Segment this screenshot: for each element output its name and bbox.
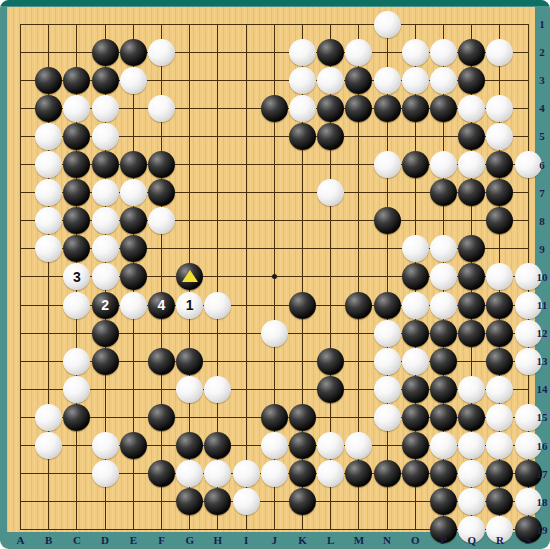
stone-white[interactable] [317,460,344,487]
stone-white[interactable] [35,404,62,431]
stone-black[interactable] [402,404,429,431]
stone-black[interactable] [35,95,62,122]
stone-black[interactable] [92,348,119,375]
stone-black[interactable] [486,460,513,487]
stone-black[interactable] [430,404,457,431]
stone-black[interactable] [148,348,175,375]
row-label: 19 [537,524,548,536]
stone-black[interactable] [486,348,513,375]
stone-black[interactable] [317,39,344,66]
stone-white[interactable] [402,292,429,319]
stone-black[interactable] [430,320,457,347]
stone-white[interactable] [486,432,513,459]
stone-black[interactable] [176,348,203,375]
stone-black[interactable] [374,460,401,487]
stone-black[interactable]: 4 [148,292,175,319]
stone-white[interactable] [35,179,62,206]
stone-black[interactable]: 2 [92,292,119,319]
stone-black[interactable] [148,151,175,178]
row-label: 17 [537,468,548,480]
frame-top-band [0,0,550,6]
stone-black[interactable] [176,488,203,515]
stone-white[interactable] [261,460,288,487]
stone-black[interactable] [430,179,457,206]
stone-white[interactable] [345,432,372,459]
row-label: 8 [539,215,545,227]
stone-white[interactable] [120,67,147,94]
col-label: I [244,534,248,546]
stone-white[interactable] [92,95,119,122]
stone-black[interactable] [63,404,90,431]
stone-white[interactable] [148,207,175,234]
stone-black[interactable] [458,39,485,66]
stone-black[interactable] [458,67,485,94]
col-label: J [272,534,278,546]
stone-black[interactable] [261,95,288,122]
stone-white[interactable]: 3 [63,263,90,290]
stone-white[interactable] [486,95,513,122]
stone-black[interactable] [92,39,119,66]
stone-white[interactable] [345,39,372,66]
col-label: S [525,534,531,546]
stone-black[interactable] [345,67,372,94]
stone-black[interactable] [63,151,90,178]
stone-white[interactable] [458,151,485,178]
row-label: 13 [537,355,548,367]
stone-white[interactable] [486,39,513,66]
stone-white[interactable] [374,376,401,403]
stone-black[interactable] [317,376,344,403]
stone-black[interactable] [486,207,513,234]
stone-white[interactable] [430,151,457,178]
stone-white[interactable] [289,39,316,66]
stone-white[interactable] [92,207,119,234]
stone-black[interactable] [430,376,457,403]
col-label: M [354,534,364,546]
stone-white[interactable] [120,292,147,319]
row-label: 5 [539,130,545,142]
col-label: F [158,534,165,546]
stone-white[interactable] [63,95,90,122]
stone-white[interactable] [402,235,429,262]
row-label: 1 [539,18,545,30]
stone-black[interactable] [402,263,429,290]
col-label: H [214,534,223,546]
row-label: 18 [537,496,548,508]
stone-white[interactable] [92,460,119,487]
stone-white[interactable] [430,39,457,66]
move-number-label: 1 [186,298,194,312]
col-label: N [383,534,391,546]
stone-black[interactable] [148,460,175,487]
triangle-marker [182,270,198,282]
stone-white[interactable] [374,348,401,375]
stone-black[interactable] [120,39,147,66]
stone-black[interactable] [486,179,513,206]
stone-white[interactable] [374,67,401,94]
stone-white[interactable] [515,151,542,178]
hoshi-point [272,274,277,279]
stone-white[interactable] [402,348,429,375]
stone-white[interactable] [35,151,62,178]
stone-white[interactable] [261,432,288,459]
stone-white[interactable] [430,67,457,94]
stone-white[interactable] [63,348,90,375]
stone-white[interactable] [148,39,175,66]
stone-white[interactable] [430,263,457,290]
stone-white[interactable] [317,179,344,206]
stone-black[interactable] [63,123,90,150]
col-label: A [17,534,25,546]
stone-white[interactable] [289,95,316,122]
stone-black[interactable] [402,151,429,178]
stone-black[interactable] [458,123,485,150]
stone-white[interactable] [63,292,90,319]
stone-white[interactable] [35,235,62,262]
stone-white[interactable] [92,179,119,206]
stone-black[interactable] [345,460,372,487]
stone-black[interactable] [35,67,62,94]
stone-white[interactable] [35,123,62,150]
stone-white[interactable] [176,376,203,403]
move-number-label: 3 [73,270,81,284]
stone-white[interactable] [289,67,316,94]
stone-white[interactable]: 1 [176,292,203,319]
stone-black[interactable] [120,151,147,178]
stone-black[interactable] [120,207,147,234]
row-label: 12 [537,327,548,339]
col-label: E [130,534,137,546]
stone-black[interactable] [374,95,401,122]
stone-white[interactable] [176,460,203,487]
row-label: 2 [539,46,545,58]
stone-black[interactable] [289,460,316,487]
go-app-window: 3241 12345678910111213141516171819ABCDEF… [0,0,550,549]
stone-black[interactable] [317,348,344,375]
stone-black[interactable] [120,432,147,459]
stone-white[interactable] [458,460,485,487]
stone-white[interactable] [430,432,457,459]
row-label: 15 [537,411,548,423]
stone-black[interactable] [204,432,231,459]
stone-black[interactable] [458,235,485,262]
stone-white[interactable] [374,151,401,178]
stone-white[interactable] [92,263,119,290]
stone-black[interactable] [204,488,231,515]
stone-black[interactable] [430,460,457,487]
stone-black[interactable] [374,207,401,234]
stone-black[interactable] [289,488,316,515]
stone-white[interactable] [120,179,147,206]
stone-black[interactable] [289,404,316,431]
stone-white[interactable] [148,95,175,122]
stone-black[interactable] [458,292,485,319]
stone-white[interactable] [92,235,119,262]
stone-white[interactable] [374,11,401,38]
stone-black[interactable] [486,151,513,178]
stone-black[interactable] [63,235,90,262]
row-label: 4 [539,102,545,114]
col-label: R [496,534,504,546]
stone-black[interactable] [430,348,457,375]
col-label: L [327,534,334,546]
stone-black[interactable] [120,263,147,290]
move-number-label: 4 [158,298,166,312]
stone-black[interactable] [261,404,288,431]
stone-white[interactable] [486,404,513,431]
stone-black[interactable] [176,263,203,290]
stone-white[interactable] [458,432,485,459]
stone-black[interactable] [402,320,429,347]
row-label: 6 [539,159,545,171]
stone-white[interactable] [317,67,344,94]
row-label: 3 [539,74,545,86]
col-label: D [101,534,109,546]
stone-white[interactable] [374,404,401,431]
col-label: B [45,534,52,546]
stone-white[interactable] [35,207,62,234]
stone-white[interactable] [486,263,513,290]
stone-black[interactable] [486,292,513,319]
stone-white[interactable] [261,320,288,347]
stone-white[interactable] [233,460,260,487]
col-label: Q [467,534,476,546]
stone-black[interactable] [92,67,119,94]
stone-white[interactable] [204,376,231,403]
stone-white[interactable] [204,292,231,319]
stone-black[interactable] [92,320,119,347]
stone-white[interactable] [486,123,513,150]
col-label: P [440,534,447,546]
stone-black[interactable] [402,432,429,459]
stone-white[interactable] [92,123,119,150]
stone-white[interactable] [63,376,90,403]
row-label: 14 [537,383,548,395]
stone-black[interactable] [289,123,316,150]
stone-black[interactable] [458,404,485,431]
stone-white[interactable] [486,376,513,403]
stone-white[interactable] [35,432,62,459]
stone-black[interactable] [345,95,372,122]
stone-white[interactable] [402,39,429,66]
move-number-label: 2 [101,298,109,312]
stone-black[interactable] [317,95,344,122]
col-label: O [411,534,420,546]
stone-white[interactable] [430,235,457,262]
stone-black[interactable] [430,95,457,122]
stone-black[interactable] [486,320,513,347]
stone-black[interactable] [148,404,175,431]
stone-black[interactable] [289,292,316,319]
stone-black[interactable] [486,488,513,515]
row-label: 16 [537,440,548,452]
stone-black[interactable] [148,179,175,206]
stone-black[interactable] [92,151,119,178]
stone-black[interactable] [63,179,90,206]
stone-white[interactable] [430,292,457,319]
goban[interactable]: 3241 [7,7,535,532]
stone-black[interactable] [402,95,429,122]
stone-black[interactable] [430,488,457,515]
col-label: G [185,534,194,546]
stone-black[interactable] [176,432,203,459]
stone-black[interactable] [458,263,485,290]
stone-white[interactable] [402,67,429,94]
stone-black[interactable] [458,179,485,206]
col-label: C [73,534,81,546]
stone-white[interactable] [317,432,344,459]
stone-white[interactable] [92,432,119,459]
row-label: 11 [537,299,547,311]
stone-white[interactable] [233,488,260,515]
stone-black[interactable] [402,460,429,487]
row-label: 7 [539,187,545,199]
col-label: K [298,534,307,546]
stone-black[interactable] [345,292,372,319]
stone-white[interactable] [204,460,231,487]
stone-black[interactable] [289,432,316,459]
stone-black[interactable] [317,123,344,150]
row-label: 9 [539,243,545,255]
stone-white[interactable] [458,488,485,515]
stone-black[interactable] [374,292,401,319]
stone-black[interactable] [120,235,147,262]
stone-white[interactable] [458,95,485,122]
stone-black[interactable] [63,67,90,94]
row-label: 10 [537,271,548,283]
stone-black[interactable] [402,376,429,403]
stone-white[interactable] [374,320,401,347]
stone-white[interactable] [458,376,485,403]
stone-black[interactable] [63,207,90,234]
stone-black[interactable] [458,320,485,347]
